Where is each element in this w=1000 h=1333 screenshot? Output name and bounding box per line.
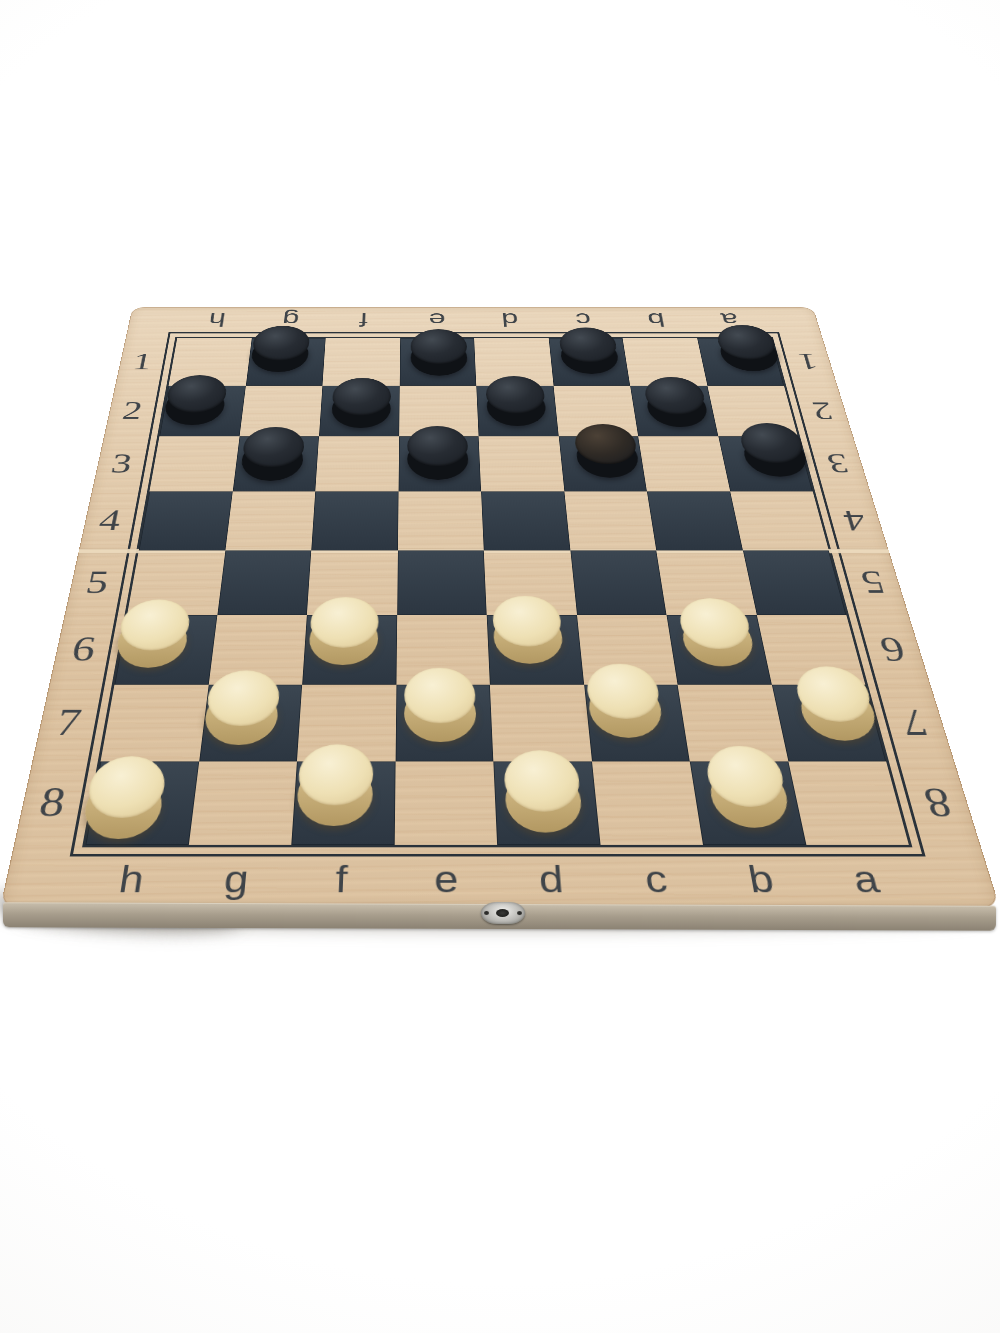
file-label-bottom-c: c <box>601 856 712 902</box>
piece-light-a7[interactable] <box>795 684 881 741</box>
piece-light-h6[interactable] <box>113 616 190 668</box>
play-area <box>85 338 908 845</box>
clasp-latch <box>481 902 525 924</box>
file-label-top-h: h <box>179 309 255 331</box>
piece-light-f8[interactable] <box>296 764 374 826</box>
piece-top <box>407 426 468 466</box>
piece-dark-f2[interactable] <box>331 390 391 428</box>
file-label-bottom-h: h <box>75 856 187 902</box>
photo-background: hgfedcba hgfedcba 12345678 12345678 <box>0 0 1000 1333</box>
outer-border-line <box>70 332 926 856</box>
piece-top <box>410 329 467 364</box>
piece-light-d8[interactable] <box>504 770 584 833</box>
piece-dark-e3[interactable] <box>407 439 469 480</box>
piece-top <box>404 668 476 724</box>
pieces-layer <box>85 338 908 845</box>
file-labels-top: hgfedcba <box>179 309 769 331</box>
file-label-bottom-b: b <box>705 856 819 902</box>
piece-light-b6[interactable] <box>679 614 757 666</box>
piece-light-e7[interactable] <box>404 686 477 743</box>
inner-border-line <box>82 337 912 847</box>
file-label-top-d: d <box>473 309 548 331</box>
piece-light-d6[interactable] <box>493 612 565 664</box>
file-label-bottom-e: e <box>394 856 500 902</box>
piece-dark-g3[interactable] <box>239 440 304 481</box>
piece-dark-c1[interactable] <box>559 339 620 374</box>
file-label-top-b: b <box>618 309 695 331</box>
file-labels-bottom: hgfedcba <box>75 856 925 902</box>
wood-surface: hgfedcba hgfedcba 12345678 12345678 <box>0 307 1000 908</box>
piece-light-h8[interactable] <box>80 776 166 839</box>
piece-dark-g1[interactable] <box>250 337 310 372</box>
piece-dark-c3[interactable] <box>574 437 640 478</box>
piece-dark-b2[interactable] <box>645 389 711 427</box>
piece-dark-h2[interactable] <box>162 387 227 425</box>
piece-dark-e1[interactable] <box>410 340 467 375</box>
piece-light-c7[interactable] <box>586 681 665 738</box>
checkers-board: hgfedcba hgfedcba 12345678 12345678 <box>0 307 1000 908</box>
file-label-bottom-f: f <box>287 856 394 902</box>
file-label-bottom-g: g <box>181 856 290 902</box>
file-label-bottom-a: a <box>808 856 924 902</box>
file-label-top-e: e <box>400 309 474 331</box>
file-label-top-f: f <box>326 309 400 331</box>
piece-dark-a3[interactable] <box>740 436 811 477</box>
board-front-edge <box>3 902 996 930</box>
piece-light-f6[interactable] <box>308 613 379 665</box>
piece-light-g7[interactable] <box>202 688 280 745</box>
piece-dark-a1[interactable] <box>717 336 782 371</box>
piece-dark-d2[interactable] <box>486 388 547 426</box>
file-label-bottom-d: d <box>498 856 606 902</box>
piece-light-b8[interactable] <box>706 765 793 827</box>
